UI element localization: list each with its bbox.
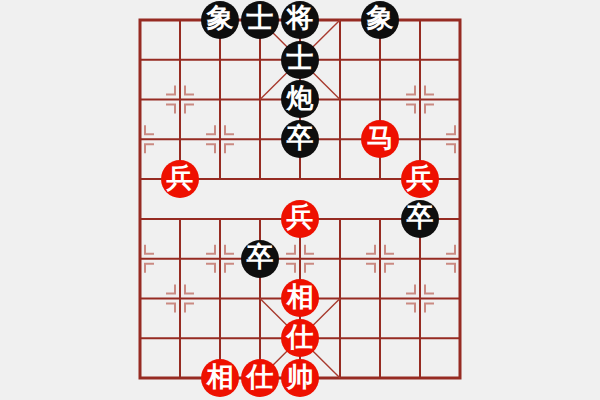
- black-elephant[interactable]: 象: [201, 1, 239, 39]
- piece-glyph: 马: [367, 125, 394, 152]
- black-advisor[interactable]: 士: [241, 1, 279, 39]
- piece-glyph: 象: [207, 5, 234, 32]
- piece-glyph: 将: [287, 5, 314, 32]
- piece-glyph: 相: [207, 364, 234, 391]
- black-soldier[interactable]: 卒: [401, 200, 439, 238]
- piece-glyph: 象: [367, 5, 394, 32]
- piece-glyph: 兵: [167, 165, 194, 192]
- piece-glyph: 卒: [407, 204, 434, 231]
- black-general[interactable]: 将: [281, 1, 319, 39]
- piece-glyph: 卒: [287, 125, 314, 152]
- piece-glyph: 士: [247, 5, 274, 32]
- red-pawn[interactable]: 兵: [401, 160, 439, 198]
- piece-glyph: 相: [287, 284, 314, 311]
- piece-glyph: 士: [287, 45, 314, 72]
- xiangqi-app: 象士将象士炮卒马兵兵兵卒卒相仕相仕帅: [0, 0, 600, 400]
- black-elephant[interactable]: 象: [361, 1, 399, 39]
- red-pawn[interactable]: 兵: [161, 160, 199, 198]
- piece-glyph: 仕: [247, 364, 274, 391]
- red-pawn[interactable]: 兵: [281, 200, 319, 238]
- red-horse[interactable]: 马: [361, 120, 399, 158]
- black-advisor[interactable]: 士: [281, 41, 319, 79]
- piece-glyph: 兵: [287, 204, 314, 231]
- red-elephant[interactable]: 相: [281, 279, 319, 317]
- pieces-layer: 象士将象士炮卒马兵兵兵卒卒相仕相仕帅: [120, 0, 480, 398]
- black-cannon[interactable]: 炮: [281, 80, 319, 118]
- red-advisor[interactable]: 仕: [281, 319, 319, 357]
- piece-glyph: 仕: [287, 324, 314, 351]
- piece-glyph: 炮: [287, 85, 314, 112]
- piece-glyph: 卒: [247, 244, 274, 271]
- red-advisor[interactable]: 仕: [241, 359, 279, 397]
- piece-glyph: 兵: [407, 165, 434, 192]
- red-king[interactable]: 帅: [281, 359, 319, 397]
- piece-glyph: 帅: [287, 364, 314, 391]
- black-soldier[interactable]: 卒: [281, 120, 319, 158]
- red-elephant[interactable]: 相: [201, 359, 239, 397]
- black-soldier[interactable]: 卒: [241, 240, 279, 278]
